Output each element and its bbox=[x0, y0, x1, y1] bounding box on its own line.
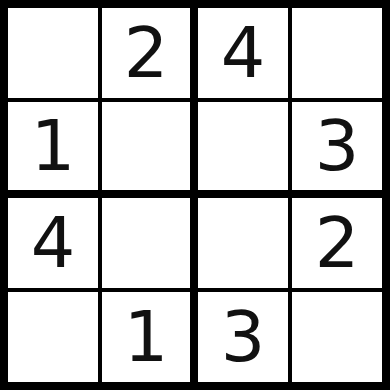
sudoku-cell-r3c4[interactable]: 2 bbox=[292, 198, 382, 292]
sudoku-cell-r4c3[interactable]: 3 bbox=[198, 292, 292, 382]
sudoku-cell-r3c2[interactable] bbox=[102, 198, 198, 292]
cell-digit: 4 bbox=[31, 208, 76, 278]
sudoku-cell-r2c3[interactable] bbox=[198, 102, 292, 198]
cell-digit: 3 bbox=[221, 302, 266, 372]
cell-digit: 4 bbox=[221, 18, 266, 88]
cell-digit: 1 bbox=[124, 302, 169, 372]
sudoku-cell-r1c3[interactable]: 4 bbox=[198, 8, 292, 102]
sudoku-cell-r1c1[interactable] bbox=[8, 8, 102, 102]
sudoku-board: 24134213 bbox=[0, 0, 390, 390]
cell-digit: 1 bbox=[31, 111, 76, 181]
sudoku-cell-r3c3[interactable] bbox=[198, 198, 292, 292]
sudoku-cell-r3c1[interactable]: 4 bbox=[8, 198, 102, 292]
sudoku-cell-r2c4[interactable]: 3 bbox=[292, 102, 382, 198]
sudoku-cell-r2c2[interactable] bbox=[102, 102, 198, 198]
sudoku-cell-r1c4[interactable] bbox=[292, 8, 382, 102]
sudoku-cell-r4c1[interactable] bbox=[8, 292, 102, 382]
cell-digit: 2 bbox=[315, 208, 360, 278]
sudoku-cell-r2c1[interactable]: 1 bbox=[8, 102, 102, 198]
sudoku-cell-r4c4[interactable] bbox=[292, 292, 382, 382]
cell-digit: 2 bbox=[124, 18, 169, 88]
cell-digit: 3 bbox=[315, 111, 360, 181]
sudoku-cell-r1c2[interactable]: 2 bbox=[102, 8, 198, 102]
sudoku-cell-r4c2[interactable]: 1 bbox=[102, 292, 198, 382]
